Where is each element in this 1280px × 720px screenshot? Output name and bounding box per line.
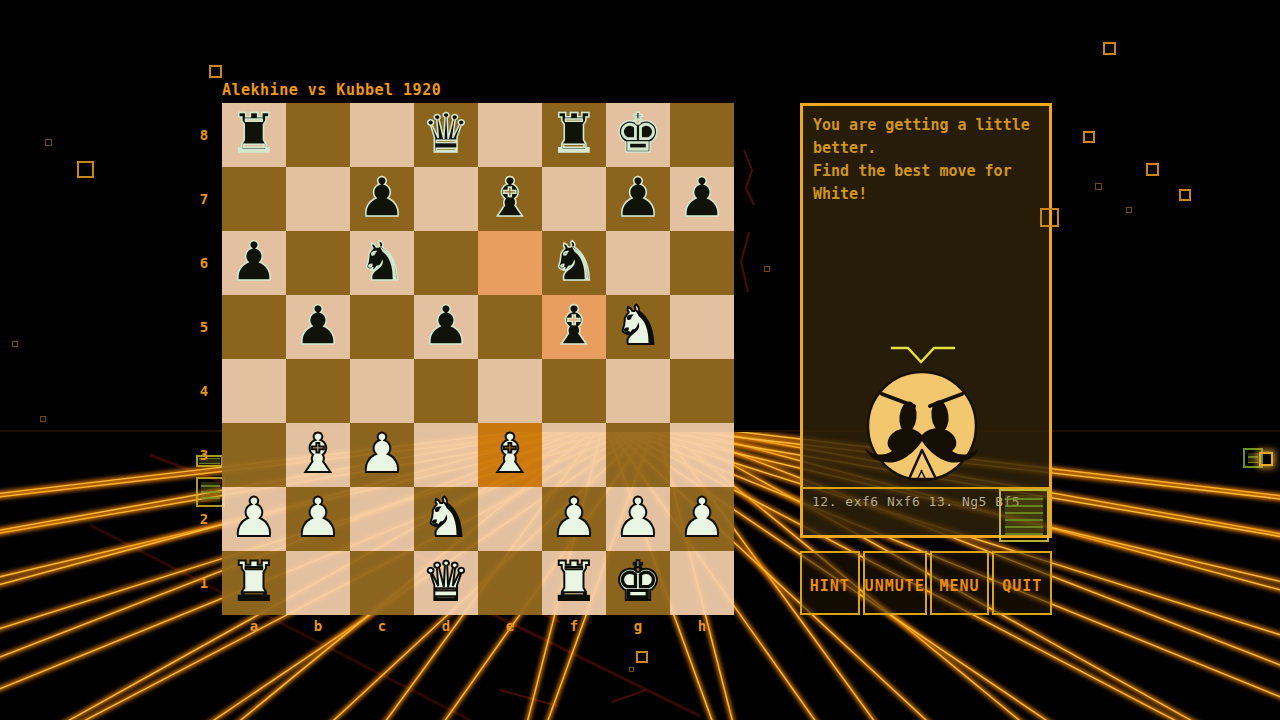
- square-h7[interactable]: ♟: [670, 167, 734, 231]
- square-f7[interactable]: [542, 167, 606, 231]
- coach-message-line: Find the best move for: [813, 160, 1043, 183]
- square-a5[interactable]: [222, 295, 286, 359]
- black-bishop: ♝: [542, 295, 606, 359]
- button-row: HINTUNMUTEMENUQUIT: [800, 551, 1052, 615]
- square-a3[interactable]: [222, 423, 286, 487]
- black-pawn: ♟: [222, 231, 286, 295]
- square-g5[interactable]: ♞: [606, 295, 670, 359]
- file-label-f: f: [542, 615, 606, 637]
- white-queen: ♛: [414, 551, 478, 615]
- file-label-e: e: [478, 615, 542, 637]
- square-a4[interactable]: [222, 359, 286, 423]
- rank-label-5: 5: [192, 295, 216, 359]
- star-icon: [1146, 163, 1159, 176]
- square-h5[interactable]: [670, 295, 734, 359]
- white-pawn: ♟: [222, 487, 286, 551]
- white-knight: ♞: [606, 295, 670, 359]
- star-icon: [45, 139, 52, 146]
- square-b6[interactable]: [286, 231, 350, 295]
- square-f5[interactable]: ♝: [542, 295, 606, 359]
- rank-label-7: 7: [192, 167, 216, 231]
- square-f1[interactable]: ♜: [542, 551, 606, 615]
- square-c5[interactable]: [350, 295, 414, 359]
- white-king: ♚: [606, 551, 670, 615]
- black-rook: ♜: [542, 103, 606, 167]
- coach-message: You are getting a littlebetter.Find the …: [813, 114, 1043, 206]
- black-pawn: ♟: [606, 167, 670, 231]
- square-b3[interactable]: ♝: [286, 423, 350, 487]
- rank-label-2: 2: [192, 487, 216, 551]
- file-label-h: h: [670, 615, 734, 637]
- square-g6[interactable]: [606, 231, 670, 295]
- game-screen: Alekhine vs Kubbel 1920 87654321 ♜♛♜♚♟♝♟…: [0, 0, 1280, 720]
- square-h3[interactable]: [670, 423, 734, 487]
- rank-label-8: 8: [192, 103, 216, 167]
- rank-label-3: 3: [192, 423, 216, 487]
- square-h2[interactable]: ♟: [670, 487, 734, 551]
- square-f8[interactable]: ♜: [542, 103, 606, 167]
- black-pawn: ♟: [414, 295, 478, 359]
- star-icon: [1095, 183, 1102, 190]
- white-rook: ♜: [542, 551, 606, 615]
- square-a2[interactable]: ♟: [222, 487, 286, 551]
- square-a7[interactable]: [222, 167, 286, 231]
- star-icon: [77, 161, 94, 178]
- star-icon: [40, 416, 46, 422]
- rank-label-1: 1: [192, 551, 216, 615]
- square-g2[interactable]: ♟: [606, 487, 670, 551]
- star-icon: [1040, 208, 1059, 227]
- square-c3[interactable]: ♟: [350, 423, 414, 487]
- move-notation: 12. exf6 Nxf6 13. Ng5 Bf5: [812, 494, 1020, 509]
- square-h6[interactable]: [670, 231, 734, 295]
- square-f3[interactable]: [542, 423, 606, 487]
- black-bishop: ♝: [478, 167, 542, 231]
- star-icon: [209, 65, 222, 78]
- square-d7[interactable]: [414, 167, 478, 231]
- file-label-g: g: [606, 615, 670, 637]
- star-icon: [1179, 189, 1191, 201]
- file-label-a: a: [222, 615, 286, 637]
- square-c7[interactable]: ♟: [350, 167, 414, 231]
- rank-label-6: 6: [192, 231, 216, 295]
- star-icon: [764, 266, 770, 272]
- square-b2[interactable]: ♟: [286, 487, 350, 551]
- chess-board: ♜♛♜♚♟♝♟♟♟♞♞♟♟♝♞♝♟♝♟♟♞♟♟♟♜♛♜♚: [222, 103, 734, 615]
- white-pawn: ♟: [670, 487, 734, 551]
- square-d8[interactable]: ♛: [414, 103, 478, 167]
- anger-mark-icon: [891, 348, 955, 362]
- black-rook: ♜: [222, 103, 286, 167]
- star-icon: [1103, 42, 1116, 55]
- square-d2[interactable]: ♞: [414, 487, 478, 551]
- square-h4[interactable]: [670, 359, 734, 423]
- square-d1[interactable]: ♛: [414, 551, 478, 615]
- square-c1[interactable]: [350, 551, 414, 615]
- angry-face-icon: [858, 338, 993, 488]
- black-pawn: ♟: [670, 167, 734, 231]
- white-pawn: ♟: [350, 423, 414, 487]
- square-e5[interactable]: [478, 295, 542, 359]
- square-e6[interactable]: [478, 231, 542, 295]
- coach-message-line: better.: [813, 137, 1043, 160]
- square-f4[interactable]: [542, 359, 606, 423]
- quit-button[interactable]: QUIT: [992, 551, 1052, 615]
- white-pawn: ♟: [286, 487, 350, 551]
- file-label-d: d: [414, 615, 478, 637]
- square-h1[interactable]: [670, 551, 734, 615]
- white-bishop: ♝: [286, 423, 350, 487]
- square-c8[interactable]: [350, 103, 414, 167]
- square-c6[interactable]: ♞: [350, 231, 414, 295]
- square-e1[interactable]: [478, 551, 542, 615]
- black-knight: ♞: [350, 231, 414, 295]
- square-g3[interactable]: [606, 423, 670, 487]
- black-pawn: ♟: [350, 167, 414, 231]
- notation-sheet-icon: [999, 489, 1049, 542]
- square-e4[interactable]: [478, 359, 542, 423]
- file-label-b: b: [286, 615, 350, 637]
- square-d3[interactable]: [414, 423, 478, 487]
- star-icon: [629, 667, 634, 672]
- square-f6[interactable]: ♞: [542, 231, 606, 295]
- hint-button[interactable]: HINT: [800, 551, 860, 615]
- black-queen: ♛: [414, 103, 478, 167]
- square-b1[interactable]: [286, 551, 350, 615]
- black-king: ♚: [606, 103, 670, 167]
- square-g1[interactable]: ♚: [606, 551, 670, 615]
- white-pawn: ♟: [542, 487, 606, 551]
- star-icon: [1259, 452, 1273, 466]
- white-rook: ♜: [222, 551, 286, 615]
- square-h8[interactable]: [670, 103, 734, 167]
- square-g4[interactable]: [606, 359, 670, 423]
- square-e3[interactable]: ♝: [478, 423, 542, 487]
- square-b4[interactable]: [286, 359, 350, 423]
- square-e8[interactable]: [478, 103, 542, 167]
- white-bishop: ♝: [478, 423, 542, 487]
- menu-button[interactable]: MENU: [930, 551, 990, 615]
- black-pawn: ♟: [286, 295, 350, 359]
- square-b8[interactable]: [286, 103, 350, 167]
- rank-label-4: 4: [192, 359, 216, 423]
- square-d5[interactable]: ♟: [414, 295, 478, 359]
- white-pawn: ♟: [606, 487, 670, 551]
- square-c4[interactable]: [350, 359, 414, 423]
- star-icon: [1083, 131, 1095, 143]
- square-d6[interactable]: [414, 231, 478, 295]
- square-f2[interactable]: ♟: [542, 487, 606, 551]
- square-e7[interactable]: ♝: [478, 167, 542, 231]
- square-a6[interactable]: ♟: [222, 231, 286, 295]
- square-a8[interactable]: ♜: [222, 103, 286, 167]
- square-b5[interactable]: ♟: [286, 295, 350, 359]
- page-title: Alekhine vs Kubbel 1920: [222, 81, 441, 99]
- black-knight: ♞: [542, 231, 606, 295]
- square-a1[interactable]: ♜: [222, 551, 286, 615]
- file-label-c: c: [350, 615, 414, 637]
- star-icon: [12, 341, 18, 347]
- white-knight: ♞: [414, 487, 478, 551]
- square-c2[interactable]: [350, 487, 414, 551]
- coach-message-line: You are getting a little: [813, 114, 1043, 137]
- square-e2[interactable]: [478, 487, 542, 551]
- square-d4[interactable]: [414, 359, 478, 423]
- square-g8[interactable]: ♚: [606, 103, 670, 167]
- coach-message-line: White!: [813, 183, 1043, 206]
- coach-panel: You are getting a littlebetter.Find the …: [800, 103, 1052, 538]
- rank-labels: 87654321: [192, 103, 216, 615]
- file-labels: abcdefgh: [222, 615, 734, 637]
- square-g7[interactable]: ♟: [606, 167, 670, 231]
- square-b7[interactable]: [286, 167, 350, 231]
- star-icon: [636, 651, 648, 663]
- unmute-button[interactable]: UNMUTE: [863, 551, 927, 615]
- star-icon: [1126, 207, 1132, 213]
